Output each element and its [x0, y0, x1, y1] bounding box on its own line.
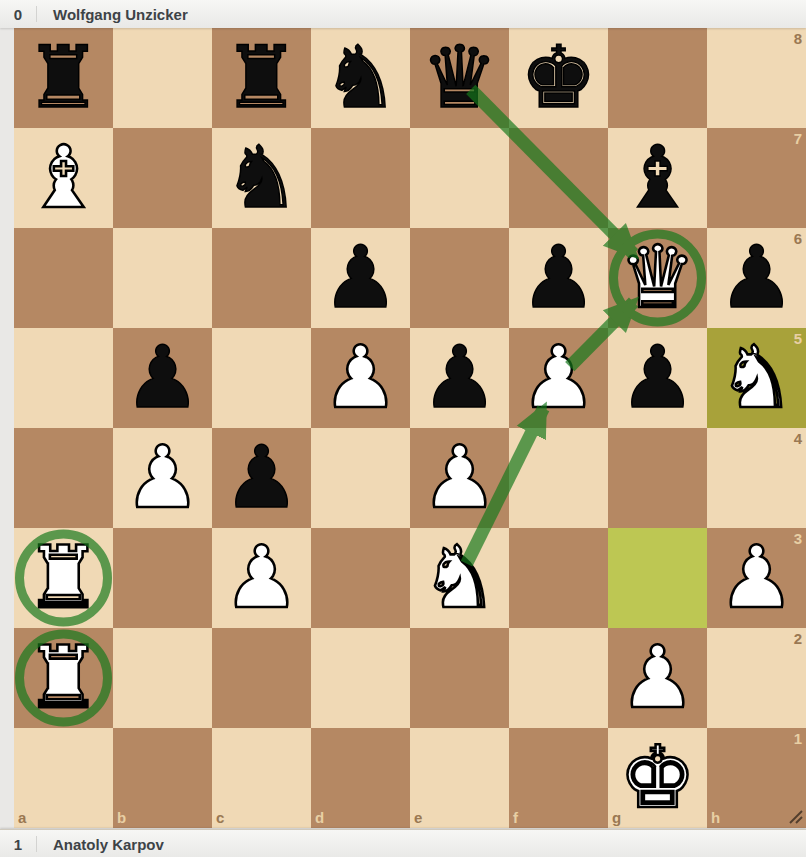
- white-pawn[interactable]: ♟: [311, 328, 410, 428]
- square-b2[interactable]: [113, 628, 212, 728]
- file-label-b: b: [117, 810, 126, 825]
- square-h4[interactable]: 4: [707, 428, 806, 528]
- black-knight[interactable]: ♞: [311, 28, 410, 128]
- file-label-e: e: [414, 810, 422, 825]
- square-e5[interactable]: ♟: [410, 328, 509, 428]
- board-area: ♜♜♞♛♚8♝♞♝7♟♟♛♟6♟♟♟♟♟♞5♟♟♟4♜♟♞♟3♜♟2abcdef…: [0, 28, 806, 829]
- square-d2[interactable]: [311, 628, 410, 728]
- bottom-player-bar: 1 Anatoly Karpov: [0, 829, 806, 857]
- black-knight[interactable]: ♞: [212, 128, 311, 228]
- square-b3[interactable]: [113, 528, 212, 628]
- square-a2[interactable]: ♜: [14, 628, 113, 728]
- square-h6[interactable]: ♟6: [707, 228, 806, 328]
- square-d8[interactable]: ♞: [311, 28, 410, 128]
- square-c8[interactable]: ♜: [212, 28, 311, 128]
- square-c3[interactable]: ♟: [212, 528, 311, 628]
- page: 0 Wolfgang Unzicker ♜♜♞♛♚8♝♞♝7♟♟♛♟6♟♟♟♟♟…: [0, 0, 806, 857]
- file-label-f: f: [513, 810, 518, 825]
- square-a4[interactable]: [14, 428, 113, 528]
- square-h5[interactable]: ♞5: [707, 328, 806, 428]
- white-queen[interactable]: ♛: [608, 228, 707, 328]
- square-e1[interactable]: e: [410, 728, 509, 828]
- rank-label-8: 8: [794, 31, 802, 46]
- square-a8[interactable]: ♜: [14, 28, 113, 128]
- white-bishop[interactable]: ♝: [14, 128, 113, 228]
- square-c7[interactable]: ♞: [212, 128, 311, 228]
- square-b4[interactable]: ♟: [113, 428, 212, 528]
- square-c1[interactable]: c: [212, 728, 311, 828]
- square-c2[interactable]: [212, 628, 311, 728]
- white-knight[interactable]: ♞: [410, 528, 509, 628]
- square-b7[interactable]: [113, 128, 212, 228]
- board: ♜♜♞♛♚8♝♞♝7♟♟♛♟6♟♟♟♟♟♞5♟♟♟4♜♟♞♟3♜♟2abcdef…: [14, 28, 806, 828]
- black-pawn[interactable]: ♟: [410, 328, 509, 428]
- board-resize-handle[interactable]: [788, 809, 804, 825]
- black-pawn[interactable]: ♟: [212, 428, 311, 528]
- top-player-bar: 0 Wolfgang Unzicker: [0, 0, 806, 28]
- square-f7[interactable]: [509, 128, 608, 228]
- square-a7[interactable]: ♝: [14, 128, 113, 228]
- square-g5[interactable]: ♟: [608, 328, 707, 428]
- bar-divider: [36, 6, 37, 22]
- black-pawn[interactable]: ♟: [608, 328, 707, 428]
- square-b1[interactable]: b: [113, 728, 212, 828]
- square-a6[interactable]: [14, 228, 113, 328]
- square-g1[interactable]: ♚g: [608, 728, 707, 828]
- top-player-score: 0: [0, 6, 36, 23]
- square-d3[interactable]: [311, 528, 410, 628]
- top-player-name[interactable]: Wolfgang Unzicker: [53, 6, 188, 23]
- bottom-player-name[interactable]: Anatoly Karpov: [53, 836, 164, 853]
- file-label-a: a: [18, 810, 26, 825]
- square-b6[interactable]: [113, 228, 212, 328]
- square-a5[interactable]: [14, 328, 113, 428]
- rank-label-4: 4: [794, 431, 802, 446]
- black-bishop[interactable]: ♝: [608, 128, 707, 228]
- square-g6[interactable]: ♛: [608, 228, 707, 328]
- bar-divider: [36, 836, 37, 852]
- white-pawn[interactable]: ♟: [707, 528, 806, 628]
- square-c5[interactable]: [212, 328, 311, 428]
- white-knight[interactable]: ♞: [707, 328, 806, 428]
- black-pawn[interactable]: ♟: [311, 228, 410, 328]
- square-f2[interactable]: [509, 628, 608, 728]
- square-e4[interactable]: ♟: [410, 428, 509, 528]
- rank-label-1: 1: [794, 731, 802, 746]
- white-pawn[interactable]: ♟: [509, 328, 608, 428]
- square-e3[interactable]: ♞: [410, 528, 509, 628]
- file-label-c: c: [216, 810, 224, 825]
- square-b8[interactable]: [113, 28, 212, 128]
- white-pawn[interactable]: ♟: [608, 628, 707, 728]
- square-f1[interactable]: f: [509, 728, 608, 828]
- square-f5[interactable]: ♟: [509, 328, 608, 428]
- square-g7[interactable]: ♝: [608, 128, 707, 228]
- white-rook[interactable]: ♜: [14, 528, 113, 628]
- square-e8[interactable]: ♛: [410, 28, 509, 128]
- white-pawn[interactable]: ♟: [113, 428, 212, 528]
- square-d7[interactable]: [311, 128, 410, 228]
- square-e2[interactable]: [410, 628, 509, 728]
- white-rook[interactable]: ♜: [14, 628, 113, 728]
- rank-label-7: 7: [794, 131, 802, 146]
- square-g2[interactable]: ♟: [608, 628, 707, 728]
- square-c4[interactable]: ♟: [212, 428, 311, 528]
- square-g4[interactable]: [608, 428, 707, 528]
- black-pawn[interactable]: ♟: [707, 228, 806, 328]
- square-d1[interactable]: d: [311, 728, 410, 828]
- square-b5[interactable]: ♟: [113, 328, 212, 428]
- rank-label-2: 2: [794, 631, 802, 646]
- black-rook[interactable]: ♜: [14, 28, 113, 128]
- file-label-h: h: [711, 810, 720, 825]
- white-pawn[interactable]: ♟: [410, 428, 509, 528]
- black-king[interactable]: ♚: [509, 28, 608, 128]
- square-h7[interactable]: 7: [707, 128, 806, 228]
- square-g3[interactable]: [608, 528, 707, 628]
- file-label-d: d: [315, 810, 324, 825]
- square-h2[interactable]: 2: [707, 628, 806, 728]
- square-d6[interactable]: ♟: [311, 228, 410, 328]
- square-f6[interactable]: ♟: [509, 228, 608, 328]
- square-h3[interactable]: ♟3: [707, 528, 806, 628]
- white-pawn[interactable]: ♟: [212, 528, 311, 628]
- square-f3[interactable]: [509, 528, 608, 628]
- square-f4[interactable]: [509, 428, 608, 528]
- black-rook[interactable]: ♜: [212, 28, 311, 128]
- square-c6[interactable]: [212, 228, 311, 328]
- black-pawn[interactable]: ♟: [509, 228, 608, 328]
- black-queen[interactable]: ♛: [410, 28, 509, 128]
- square-a3[interactable]: ♜: [14, 528, 113, 628]
- square-d4[interactable]: [311, 428, 410, 528]
- square-a1[interactable]: a: [14, 728, 113, 828]
- black-pawn[interactable]: ♟: [113, 328, 212, 428]
- square-e6[interactable]: [410, 228, 509, 328]
- square-d5[interactable]: ♟: [311, 328, 410, 428]
- square-e7[interactable]: [410, 128, 509, 228]
- square-h8[interactable]: 8: [707, 28, 806, 128]
- bottom-player-score: 1: [0, 836, 36, 853]
- white-king[interactable]: ♚: [608, 728, 707, 828]
- square-f8[interactable]: ♚: [509, 28, 608, 128]
- square-g8[interactable]: [608, 28, 707, 128]
